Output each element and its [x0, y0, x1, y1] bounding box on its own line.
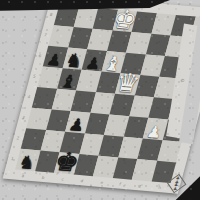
white-pawn-g3: ♟: [145, 124, 163, 141]
rank-label-3: 3: [22, 115, 26, 120]
black-pawn-a6: ♟: [45, 52, 63, 69]
file-label-g: g: [138, 184, 142, 189]
rank-label-5: 5: [33, 74, 37, 79]
rank-label-7: 7: [44, 33, 48, 38]
file-label-e: e: [100, 180, 104, 185]
file-label-d: d: [80, 179, 84, 184]
chess-board: ♚♟♞♟♝♝♛♟♟♞♚ abcdefgh 87654321 ♣♣♣♣: [3, 0, 200, 194]
file-label-h: h: [157, 185, 161, 190]
square-5-4: ♛: [115, 73, 140, 95]
rank-label-1: 1: [11, 156, 15, 161]
square-3-8: ♚: [54, 152, 79, 174]
brand-text: ©: [180, 77, 186, 84]
file-label-b: b: [41, 175, 45, 180]
file-label-a: a: [22, 173, 26, 178]
rank-label-2: 2: [16, 136, 20, 141]
square-8-7: [157, 140, 182, 162]
file-label-c: c: [61, 177, 64, 182]
photo-frame: ♚♟♞♟♝♝♛♟♟♞♚ abcdefgh 87654321 ♣♣♣♣ ©: [0, 0, 200, 200]
club-cluster-icon: ♣♣♣♣: [171, 176, 183, 190]
rank-label-6: 6: [38, 53, 42, 58]
square-4-1: ♚: [112, 10, 137, 32]
black-pawn-c6: ♟: [84, 55, 102, 72]
rank-label-8: 8: [49, 12, 53, 17]
rank-label-4: 4: [27, 95, 31, 100]
black-pawn-c3: ♟: [67, 116, 87, 134]
file-label-f: f: [119, 182, 122, 187]
